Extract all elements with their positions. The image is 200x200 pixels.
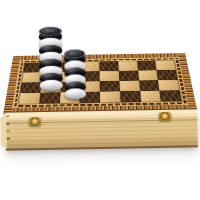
board-square-light	[140, 91, 161, 102]
board-square-dark	[157, 70, 178, 80]
board-square-light	[155, 60, 175, 70]
game-box-photo	[0, 0, 200, 200]
box-left-side	[0, 114, 7, 149]
board-square-dark	[119, 71, 139, 81]
checker-piece-white	[40, 80, 63, 91]
board-square-light	[19, 93, 41, 104]
board-square-dark	[160, 90, 182, 101]
board-square-dark	[139, 80, 160, 91]
brass-latch-left	[28, 117, 41, 126]
board-lid	[3, 53, 197, 114]
brass-latch-right	[158, 112, 171, 121]
board-square-light	[99, 71, 119, 81]
board-square-light	[158, 80, 179, 91]
board-square-dark	[99, 61, 118, 71]
checker-piece-white	[65, 88, 86, 99]
checker-stack-right	[64, 53, 86, 95]
board-square-light	[118, 61, 138, 71]
board-square-dark	[137, 61, 157, 71]
board-square-light	[119, 81, 140, 92]
checker-stack-left	[39, 31, 63, 87]
board-square-light	[100, 91, 121, 102]
board-square-light	[138, 70, 158, 80]
board-square-dark	[120, 91, 141, 102]
board-square-dark	[39, 92, 60, 103]
board-square-dark	[100, 81, 120, 92]
